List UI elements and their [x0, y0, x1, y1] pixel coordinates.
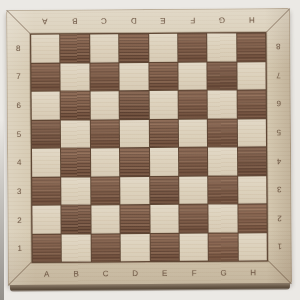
- coord-label-h: H: [238, 261, 268, 284]
- playing-field: [30, 32, 268, 263]
- coord-label-e: E: [148, 9, 178, 33]
- coord-label-6: 6: [267, 89, 291, 118]
- square-c8[interactable]: [90, 34, 119, 62]
- square-e2[interactable]: [150, 205, 179, 233]
- frame-miter-seam-top-right: [266, 8, 290, 32]
- rank-labels-right: 87654321: [266, 32, 292, 261]
- square-h8[interactable]: [237, 33, 266, 61]
- coord-label-d: D: [119, 9, 149, 33]
- square-f3[interactable]: [179, 176, 208, 204]
- coord-label-4: 4: [267, 147, 291, 176]
- square-f8[interactable]: [178, 34, 207, 62]
- square-e8[interactable]: [149, 34, 178, 62]
- square-b7[interactable]: [61, 63, 90, 91]
- rank-labels-left: 87654321: [6, 34, 32, 263]
- square-h7[interactable]: [237, 62, 266, 90]
- square-f4[interactable]: [179, 148, 208, 176]
- square-b2[interactable]: [62, 205, 91, 233]
- square-c1[interactable]: [91, 234, 120, 262]
- coord-label-2: 2: [7, 206, 31, 235]
- coord-label-5: 5: [267, 118, 291, 147]
- square-h3[interactable]: [238, 176, 267, 204]
- square-a3[interactable]: [32, 177, 61, 205]
- coord-label-6: 6: [7, 91, 31, 120]
- square-a6[interactable]: [32, 92, 61, 120]
- square-a7[interactable]: [31, 63, 60, 91]
- square-d5[interactable]: [120, 120, 149, 148]
- coord-label-c: C: [89, 9, 119, 33]
- square-f5[interactable]: [179, 119, 208, 147]
- square-g3[interactable]: [208, 176, 237, 204]
- coord-label-b: B: [61, 262, 91, 285]
- square-a4[interactable]: [32, 149, 61, 177]
- square-f1[interactable]: [179, 233, 208, 261]
- coord-label-c: C: [91, 262, 121, 285]
- coord-label-1: 1: [8, 234, 32, 263]
- square-c3[interactable]: [91, 177, 120, 205]
- square-e6[interactable]: [149, 91, 178, 119]
- coord-label-3: 3: [267, 175, 291, 204]
- square-g8[interactable]: [207, 33, 236, 61]
- square-c2[interactable]: [91, 205, 120, 233]
- square-a2[interactable]: [32, 206, 61, 234]
- square-d4[interactable]: [120, 148, 149, 176]
- square-e4[interactable]: [150, 148, 179, 176]
- coord-label-d: D: [120, 262, 150, 285]
- frame-miter-seam-bottom-right: [268, 260, 292, 284]
- square-g2[interactable]: [209, 204, 238, 232]
- square-a8[interactable]: [31, 35, 60, 63]
- square-f7[interactable]: [178, 62, 207, 90]
- square-d1[interactable]: [121, 234, 150, 262]
- square-b8[interactable]: [61, 34, 90, 62]
- square-h6[interactable]: [237, 90, 266, 118]
- chessboard: ABCDEFGH ABCDEFGH 87654321 87654321: [6, 8, 292, 286]
- photo-shadow-left: [0, 120, 4, 300]
- square-f6[interactable]: [178, 91, 207, 119]
- square-e5[interactable]: [149, 119, 178, 147]
- coord-label-a: A: [32, 263, 62, 286]
- coord-label-e: E: [150, 262, 180, 285]
- photo-background: ABCDEFGH ABCDEFGH 87654321 87654321: [0, 0, 300, 300]
- coord-label-3: 3: [7, 177, 31, 206]
- square-c6[interactable]: [90, 91, 119, 119]
- square-f2[interactable]: [179, 205, 208, 233]
- square-b4[interactable]: [61, 148, 90, 176]
- coord-label-g: G: [207, 8, 237, 32]
- square-b6[interactable]: [61, 91, 90, 119]
- coord-label-2: 2: [267, 204, 291, 233]
- square-c5[interactable]: [91, 120, 120, 148]
- coord-label-4: 4: [7, 148, 31, 177]
- square-d8[interactable]: [119, 34, 148, 62]
- coord-label-f: F: [179, 262, 209, 285]
- coord-label-8: 8: [6, 34, 30, 63]
- square-d2[interactable]: [121, 205, 150, 233]
- square-a5[interactable]: [32, 120, 61, 148]
- square-b3[interactable]: [62, 177, 91, 205]
- coord-label-7: 7: [266, 61, 290, 90]
- square-g5[interactable]: [208, 119, 237, 147]
- square-g6[interactable]: [208, 90, 237, 118]
- coord-label-g: G: [209, 261, 239, 284]
- coord-label-7: 7: [6, 62, 30, 91]
- square-a1[interactable]: [33, 234, 62, 262]
- frame-miter-seam-bottom-left: [8, 262, 32, 286]
- file-labels-top: ABCDEFGH: [30, 8, 266, 34]
- square-c4[interactable]: [91, 148, 120, 176]
- square-g1[interactable]: [209, 233, 238, 261]
- coord-label-8: 8: [266, 32, 290, 61]
- square-b5[interactable]: [61, 120, 90, 148]
- coord-label-1: 1: [268, 232, 292, 261]
- board-side-edge: [10, 283, 290, 292]
- square-d6[interactable]: [120, 91, 149, 119]
- frame-miter-seam-top-left: [6, 10, 30, 34]
- coord-label-f: F: [178, 9, 208, 33]
- square-h4[interactable]: [238, 147, 267, 175]
- square-h5[interactable]: [237, 119, 266, 147]
- square-g7[interactable]: [208, 62, 237, 90]
- square-e7[interactable]: [149, 62, 178, 90]
- coord-label-5: 5: [7, 120, 31, 149]
- square-b1[interactable]: [62, 234, 91, 262]
- square-c7[interactable]: [90, 63, 119, 91]
- coord-label-h: H: [237, 8, 267, 32]
- file-labels-bottom: ABCDEFGH: [32, 261, 268, 286]
- square-d3[interactable]: [120, 177, 149, 205]
- square-g4[interactable]: [208, 147, 237, 175]
- square-h1[interactable]: [238, 233, 267, 261]
- coord-label-a: A: [30, 10, 60, 34]
- square-d7[interactable]: [120, 63, 149, 91]
- square-h2[interactable]: [238, 204, 267, 232]
- square-e1[interactable]: [150, 233, 179, 261]
- coord-label-b: B: [60, 9, 90, 33]
- square-e3[interactable]: [150, 176, 179, 204]
